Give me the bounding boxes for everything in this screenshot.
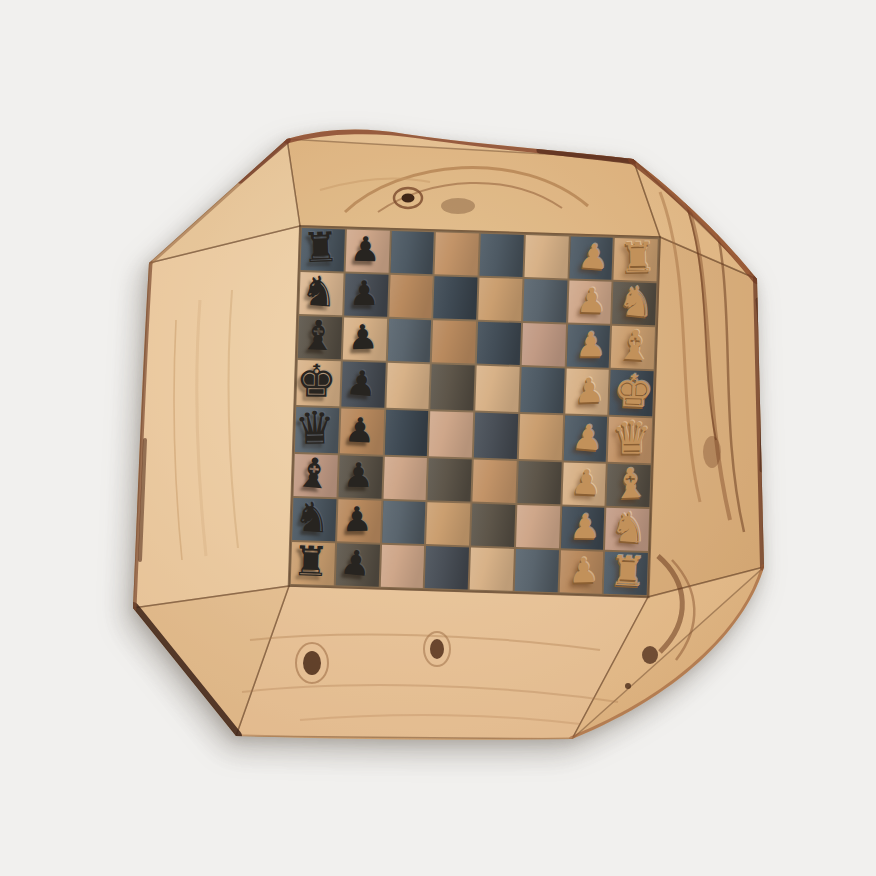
black-bishop: ♝: [299, 314, 338, 357]
board-square-r1c4: [478, 278, 522, 321]
board-square-r4c3: [429, 411, 473, 457]
board-square-r7c5: [514, 549, 558, 592]
black-pawn: ♟: [345, 364, 378, 400]
black-rook: ♜: [302, 226, 340, 268]
board-square-r3c3: [431, 364, 475, 410]
photo-canvas: ♜♟♟♜♞♟♟♞♝♟♟♝♚♟♟♚♛♟♟♛♝♟♟♝♞♟♟♞♜♟♟♜: [0, 0, 876, 876]
board-square-r2c0: ♝: [298, 316, 342, 359]
chess-board: ♜♟♟♜♞♟♟♞♝♟♟♝♚♟♟♚♛♟♟♛♝♟♟♝♞♟♟♞♜♟♟♜: [289, 226, 660, 597]
white-pawn: ♟: [570, 464, 602, 499]
black-knight: ♞: [293, 496, 332, 539]
black-pawn: ♟: [344, 412, 376, 447]
white-pawn: ♟: [571, 418, 604, 454]
black-pawn: ♟: [349, 276, 380, 310]
black-pawn: ♟: [350, 232, 382, 267]
board-square-r4c1: ♟: [340, 408, 384, 454]
board-square-r0c3: [435, 232, 479, 275]
board-square-r4c2: [384, 410, 428, 456]
white-king: ♚: [613, 368, 655, 414]
board-square-r3c4: [475, 366, 519, 412]
white-knight: ♞: [609, 506, 649, 550]
board-square-r6c0: ♞: [292, 498, 336, 541]
knot-front-right: [642, 646, 658, 664]
board-square-r4c6: ♟: [563, 415, 607, 461]
board-square-r3c6: ♟: [565, 368, 609, 414]
board-square-r5c1: ♟: [338, 455, 382, 498]
white-queen: ♛: [612, 415, 653, 460]
board-square-r0c6: ♟: [569, 236, 613, 279]
board-square-r4c4: [474, 413, 518, 459]
board-square-r3c5: [520, 367, 564, 413]
board-square-r7c1: ♟: [335, 543, 379, 586]
board-square-r0c7: ♜: [614, 238, 658, 281]
board-square-r2c7: ♝: [611, 326, 655, 369]
board-square-r1c2: [389, 275, 433, 318]
black-pawn: ♟: [347, 319, 379, 354]
board-square-r2c1: ♟: [343, 317, 387, 360]
apron-back: [287, 139, 660, 237]
board-square-r6c7: ♞: [605, 508, 649, 551]
board-square-r5c2: [383, 457, 427, 500]
board-square-r2c6: ♟: [566, 324, 610, 367]
board-square-r3c7: ♚: [609, 370, 653, 416]
knot-front-left: [303, 651, 321, 675]
board-square-r0c4: [480, 234, 524, 277]
knot-front-mid: [430, 639, 444, 659]
black-pawn: ♟: [343, 458, 374, 492]
apron-left: [133, 226, 300, 608]
black-rook: ♜: [292, 540, 330, 582]
board-square-r0c5: [524, 235, 568, 278]
board-square-r5c6: ♟: [562, 462, 606, 505]
black-bishop: ♝: [293, 451, 334, 496]
board-square-r5c4: [472, 460, 516, 503]
black-pawn: ♟: [341, 502, 372, 537]
white-bishop: ♝: [615, 324, 654, 367]
board-square-r6c3: [426, 502, 470, 545]
black-queen: ♛: [294, 405, 335, 451]
board-square-r3c1: ♟: [341, 361, 385, 407]
board-square-r4c0: ♛: [295, 407, 339, 453]
board-square-r5c5: [517, 461, 561, 504]
board-square-r2c4: [477, 322, 521, 365]
board-square-r6c2: [382, 501, 426, 544]
black-knight: ♞: [299, 270, 339, 314]
board-square-r7c2: [380, 545, 424, 588]
board-square-r1c7: ♞: [612, 282, 656, 325]
board-square-r1c6: ♟: [568, 280, 612, 323]
board-square-r2c3: [432, 320, 476, 363]
board-square-r1c3: [433, 276, 477, 319]
white-rook: ♜: [609, 550, 648, 593]
white-pawn: ♟: [568, 553, 599, 588]
white-knight: ♞: [616, 279, 657, 324]
board-square-r2c5: [521, 323, 565, 366]
board-square-r7c3: [425, 546, 469, 589]
white-bishop: ♝: [612, 462, 650, 504]
board-square-r1c1: ♟: [344, 273, 388, 316]
board-square-r6c1: ♟: [337, 499, 381, 542]
board-square-r3c2: [386, 363, 430, 409]
board-square-r1c5: [523, 279, 567, 322]
board-square-r7c0: ♜: [291, 542, 335, 585]
board-square-r7c6: ♟: [559, 550, 603, 593]
board-square-r4c5: [519, 414, 563, 460]
white-rook: ♜: [619, 237, 657, 279]
board-square-r0c2: [390, 231, 434, 274]
black-pawn: ♟: [339, 544, 373, 581]
white-pawn: ♟: [576, 283, 608, 318]
white-pawn: ♟: [575, 327, 606, 361]
white-pawn: ♟: [577, 238, 610, 274]
white-pawn: ♟: [573, 372, 605, 407]
apron-right: [648, 237, 764, 597]
board-square-r0c1: ♟: [345, 229, 389, 272]
board-square-r5c7: ♝: [607, 464, 651, 507]
board-square-r5c0: ♝: [294, 454, 338, 497]
board-square-r7c4: [470, 548, 514, 591]
board-square-r7c7: ♜: [604, 552, 648, 595]
board-square-r4c7: ♛: [608, 417, 652, 463]
board-square-r5c3: [428, 458, 472, 501]
board-square-r6c4: [471, 504, 515, 547]
board-square-r6c5: [516, 505, 560, 548]
white-pawn: ♟: [569, 509, 600, 543]
board-square-r2c2: [387, 319, 431, 362]
board-square-r3c0: ♚: [296, 360, 340, 406]
black-king: ♚: [296, 358, 337, 404]
board-square-r1c0: ♞: [299, 272, 343, 315]
board-square-r6c6: ♟: [561, 506, 605, 549]
board-square-r0c0: ♜: [301, 228, 345, 271]
